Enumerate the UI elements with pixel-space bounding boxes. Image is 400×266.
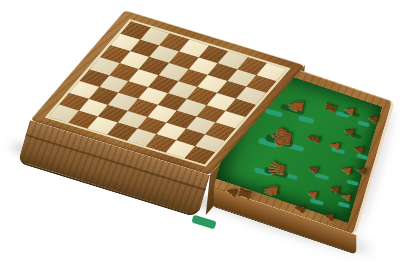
piece-pawn: ♟ bbox=[306, 161, 321, 178]
drawer-base-glimpse bbox=[191, 215, 216, 230]
piece-knight: ♞ bbox=[283, 92, 308, 119]
piece-bishop: ♝ bbox=[304, 128, 324, 150]
piece-pawn: ♟ bbox=[292, 201, 307, 218]
product-photo-scene: ♞♜♚♝♛♞♜♟♟♟♟♟♟♟♟♟♟♟♟♟♟ bbox=[0, 0, 400, 266]
piece-pawn: ♟ bbox=[328, 138, 343, 155]
piece-king: ♚ bbox=[265, 120, 296, 155]
piece-pawn: ♟ bbox=[342, 123, 358, 140]
piece-pawn: ♟ bbox=[339, 162, 354, 179]
piece-knight: ♞ bbox=[260, 178, 282, 203]
piece-pawn: ♟ bbox=[354, 163, 368, 179]
felt-slot bbox=[346, 179, 358, 186]
felt-slot bbox=[265, 108, 283, 117]
piece-pawn: ♟ bbox=[321, 208, 337, 225]
